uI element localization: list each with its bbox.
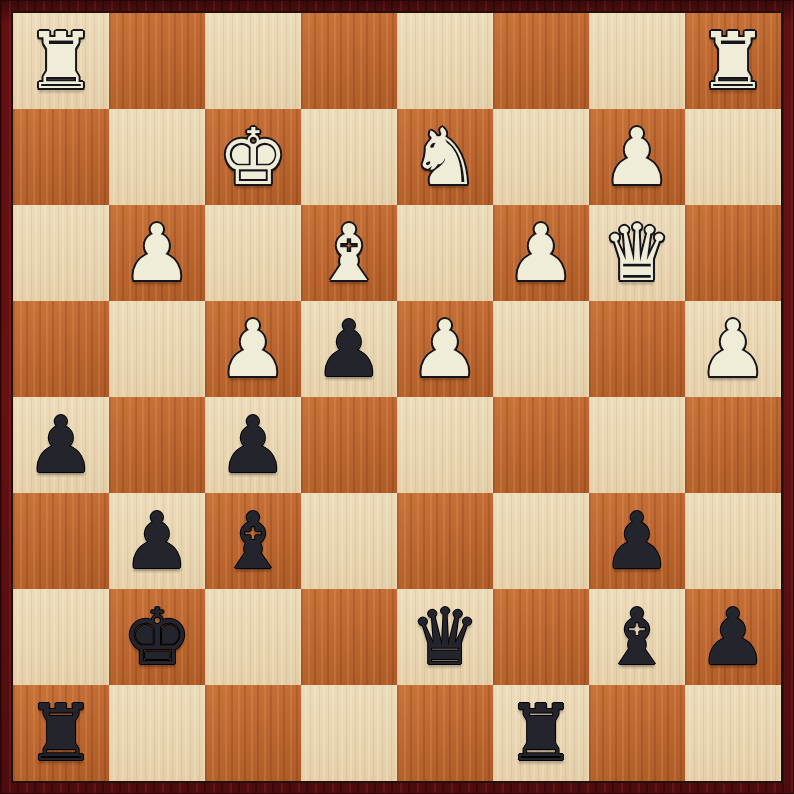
square-a4[interactable]: ♟ (13, 397, 109, 493)
square-d1[interactable] (301, 685, 397, 781)
square-a3[interactable] (13, 493, 109, 589)
black-bishop[interactable]: ♝ (205, 493, 301, 589)
square-d5[interactable]: ♟ (301, 301, 397, 397)
chess-board: ♜♜♚♞♟♟♝♟♛♟♟♟♟♟♟♟♝♟♚♛♝♟♜♜ (11, 11, 783, 783)
square-e6[interactable] (397, 205, 493, 301)
square-c2[interactable] (205, 589, 301, 685)
black-pawn[interactable]: ♟ (685, 589, 781, 685)
square-g6[interactable]: ♛ (589, 205, 685, 301)
square-d7[interactable] (301, 109, 397, 205)
black-queen[interactable]: ♛ (397, 589, 493, 685)
square-e5[interactable]: ♟ (397, 301, 493, 397)
square-b1[interactable] (109, 685, 205, 781)
square-h7[interactable] (685, 109, 781, 205)
square-a2[interactable] (13, 589, 109, 685)
square-g1[interactable] (589, 685, 685, 781)
square-f5[interactable] (493, 301, 589, 397)
square-h6[interactable] (685, 205, 781, 301)
square-b5[interactable] (109, 301, 205, 397)
black-pawn[interactable]: ♟ (205, 397, 301, 493)
board-frame: ♜♜♚♞♟♟♝♟♛♟♟♟♟♟♟♟♝♟♚♛♝♟♜♜ (0, 0, 794, 794)
square-d3[interactable] (301, 493, 397, 589)
square-c8[interactable] (205, 13, 301, 109)
square-b7[interactable] (109, 109, 205, 205)
square-b4[interactable] (109, 397, 205, 493)
square-a6[interactable] (13, 205, 109, 301)
square-e3[interactable] (397, 493, 493, 589)
white-pawn[interactable]: ♟ (493, 205, 589, 301)
square-a1[interactable]: ♜ (13, 685, 109, 781)
square-a8[interactable]: ♜ (13, 13, 109, 109)
square-c1[interactable] (205, 685, 301, 781)
square-g5[interactable] (589, 301, 685, 397)
black-king[interactable]: ♚ (109, 589, 205, 685)
square-b2[interactable]: ♚ (109, 589, 205, 685)
square-e8[interactable] (397, 13, 493, 109)
square-f3[interactable] (493, 493, 589, 589)
square-g4[interactable] (589, 397, 685, 493)
square-d4[interactable] (301, 397, 397, 493)
square-h5[interactable]: ♟ (685, 301, 781, 397)
square-a5[interactable] (13, 301, 109, 397)
square-d6[interactable]: ♝ (301, 205, 397, 301)
square-h8[interactable]: ♜ (685, 13, 781, 109)
white-pawn[interactable]: ♟ (589, 109, 685, 205)
square-e7[interactable]: ♞ (397, 109, 493, 205)
square-d8[interactable] (301, 13, 397, 109)
black-pawn[interactable]: ♟ (589, 493, 685, 589)
white-knight[interactable]: ♞ (397, 109, 493, 205)
square-f8[interactable] (493, 13, 589, 109)
square-g2[interactable]: ♝ (589, 589, 685, 685)
square-c7[interactable]: ♚ (205, 109, 301, 205)
square-g8[interactable] (589, 13, 685, 109)
black-pawn[interactable]: ♟ (13, 397, 109, 493)
white-pawn[interactable]: ♟ (109, 205, 205, 301)
white-pawn[interactable]: ♟ (397, 301, 493, 397)
black-pawn[interactable]: ♟ (301, 301, 397, 397)
black-pawn[interactable]: ♟ (109, 493, 205, 589)
square-a7[interactable] (13, 109, 109, 205)
square-c6[interactable] (205, 205, 301, 301)
square-e4[interactable] (397, 397, 493, 493)
square-h2[interactable]: ♟ (685, 589, 781, 685)
black-bishop[interactable]: ♝ (589, 589, 685, 685)
square-e1[interactable] (397, 685, 493, 781)
square-f1[interactable]: ♜ (493, 685, 589, 781)
square-b6[interactable]: ♟ (109, 205, 205, 301)
square-f6[interactable]: ♟ (493, 205, 589, 301)
square-e2[interactable]: ♛ (397, 589, 493, 685)
square-f7[interactable] (493, 109, 589, 205)
square-h3[interactable] (685, 493, 781, 589)
white-pawn[interactable]: ♟ (685, 301, 781, 397)
square-h4[interactable] (685, 397, 781, 493)
square-f4[interactable] (493, 397, 589, 493)
white-queen[interactable]: ♛ (589, 205, 685, 301)
square-b3[interactable]: ♟ (109, 493, 205, 589)
black-rook[interactable]: ♜ (493, 685, 589, 781)
white-pawn[interactable]: ♟ (205, 301, 301, 397)
square-b8[interactable] (109, 13, 205, 109)
square-d2[interactable] (301, 589, 397, 685)
square-c5[interactable]: ♟ (205, 301, 301, 397)
square-c3[interactable]: ♝ (205, 493, 301, 589)
white-rook[interactable]: ♜ (685, 13, 781, 109)
white-king[interactable]: ♚ (205, 109, 301, 205)
square-g3[interactable]: ♟ (589, 493, 685, 589)
square-c4[interactable]: ♟ (205, 397, 301, 493)
square-g7[interactable]: ♟ (589, 109, 685, 205)
white-rook[interactable]: ♜ (13, 13, 109, 109)
square-f2[interactable] (493, 589, 589, 685)
white-bishop[interactable]: ♝ (301, 205, 397, 301)
square-h1[interactable] (685, 685, 781, 781)
black-rook[interactable]: ♜ (13, 685, 109, 781)
